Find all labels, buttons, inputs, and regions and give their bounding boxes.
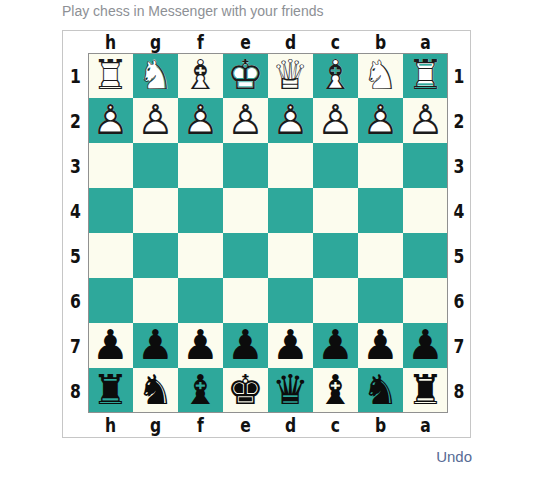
square-c5[interactable] (313, 233, 358, 278)
file-label-top-d: d (272, 31, 309, 53)
file-label-top-e: e (227, 31, 264, 53)
square-c7[interactable]: ♟ (313, 323, 358, 368)
piece-bB-f8: ♝ (178, 368, 223, 413)
square-a8[interactable]: ♜ (403, 368, 448, 413)
piece-wN-g1: ♞♘ (133, 53, 178, 98)
board-corner (448, 31, 470, 53)
piece-wP-d2: ♟♙ (268, 98, 313, 143)
rank-label-right-5: 5 (450, 233, 468, 278)
piece-bP-g7: ♟ (133, 323, 178, 368)
piece-bR-a8: ♜ (403, 368, 448, 413)
square-e5[interactable] (223, 233, 268, 278)
piece-bP-c7: ♟ (313, 323, 358, 368)
square-a1[interactable]: ♜♖ (403, 53, 448, 98)
square-b1[interactable]: ♞♘ (358, 53, 403, 98)
rank-label-left-8: 8 (65, 368, 86, 413)
square-f5[interactable] (178, 233, 223, 278)
square-b2[interactable]: ♟♙ (358, 98, 403, 143)
square-g6[interactable] (133, 278, 178, 323)
rank-label-left-6: 6 (65, 278, 86, 323)
file-label-top-h: h (92, 31, 129, 53)
rank-label-right-7: 7 (450, 323, 468, 368)
piece-bP-h7: ♟ (88, 323, 133, 368)
square-f2[interactable]: ♟♙ (178, 98, 223, 143)
file-label-bottom-f: f (182, 413, 219, 437)
square-a2[interactable]: ♟♙ (403, 98, 448, 143)
chess-app: Play chess in Messenger with your friend… (0, 0, 534, 486)
rank-label-right-1: 1 (450, 53, 468, 98)
square-d7[interactable]: ♟ (268, 323, 313, 368)
piece-bP-b7: ♟ (358, 323, 403, 368)
rank-label-left-5: 5 (65, 233, 86, 278)
piece-wP-f2: ♟♙ (178, 98, 223, 143)
file-label-bottom-e: e (227, 413, 264, 437)
piece-wR-a1: ♜♖ (403, 53, 448, 98)
square-e2[interactable]: ♟♙ (223, 98, 268, 143)
square-d2[interactable]: ♟♙ (268, 98, 313, 143)
rank-label-left-4: 4 (65, 188, 86, 233)
piece-bP-d7: ♟ (268, 323, 313, 368)
square-e8[interactable]: ♚ (223, 368, 268, 413)
square-e4[interactable] (223, 188, 268, 233)
square-c3[interactable] (313, 143, 358, 188)
piece-wP-b2: ♟♙ (358, 98, 403, 143)
square-b5[interactable] (358, 233, 403, 278)
board-corner (448, 413, 470, 437)
piece-wN-b1: ♞♘ (358, 53, 403, 98)
piece-wR-h1: ♜♖ (88, 53, 133, 98)
square-e3[interactable] (223, 143, 268, 188)
piece-wK-e1: ♚♔ (223, 53, 268, 98)
square-b8[interactable]: ♞ (358, 368, 403, 413)
square-f3[interactable] (178, 143, 223, 188)
square-a7[interactable]: ♟ (403, 323, 448, 368)
rank-label-left-2: 2 (65, 98, 86, 143)
piece-wP-c2: ♟♙ (313, 98, 358, 143)
piece-wP-g2: ♟♙ (133, 98, 178, 143)
file-label-bottom-h: h (92, 413, 129, 437)
file-label-top-g: g (137, 31, 174, 53)
file-label-top-c: c (317, 31, 354, 53)
square-c1[interactable]: ♝♗ (313, 53, 358, 98)
square-a3[interactable] (403, 143, 448, 188)
file-label-bottom-c: c (317, 413, 354, 437)
square-b6[interactable] (358, 278, 403, 323)
piece-bN-b8: ♞ (358, 368, 403, 413)
square-g1[interactable]: ♞♘ (133, 53, 178, 98)
square-h6[interactable] (88, 278, 133, 323)
square-h8[interactable]: ♜ (88, 368, 133, 413)
square-f8[interactable]: ♝ (178, 368, 223, 413)
square-b4[interactable] (358, 188, 403, 233)
square-h3[interactable] (88, 143, 133, 188)
piece-wP-e2: ♟♙ (223, 98, 268, 143)
piece-bP-f7: ♟ (178, 323, 223, 368)
piece-bQ-d8: ♛ (268, 368, 313, 413)
piece-bP-a7: ♟ (403, 323, 448, 368)
piece-bK-e8: ♚ (223, 368, 268, 413)
square-h7[interactable]: ♟ (88, 323, 133, 368)
square-e6[interactable] (223, 278, 268, 323)
square-g7[interactable]: ♟ (133, 323, 178, 368)
square-c8[interactable]: ♝ (313, 368, 358, 413)
square-b7[interactable]: ♟ (358, 323, 403, 368)
piece-bP-e7: ♟ (223, 323, 268, 368)
square-c2[interactable]: ♟♙ (313, 98, 358, 143)
square-h4[interactable] (88, 188, 133, 233)
piece-bN-g8: ♞ (133, 368, 178, 413)
square-f7[interactable]: ♟ (178, 323, 223, 368)
board-grid: hgfedcba1♜♖♞♘♝♗♚♔♛♕♝♗♞♘♜♖12♟♙♟♙♟♙♟♙♟♙♟♙♟… (63, 31, 470, 437)
board-corner (63, 31, 88, 53)
piece-wB-c1: ♝♗ (313, 53, 358, 98)
square-f6[interactable] (178, 278, 223, 323)
square-g4[interactable] (133, 188, 178, 233)
file-label-top-f: f (182, 31, 219, 53)
square-a6[interactable] (403, 278, 448, 323)
square-a4[interactable] (403, 188, 448, 233)
file-label-bottom-g: g (137, 413, 174, 437)
square-g3[interactable] (133, 143, 178, 188)
rank-label-right-2: 2 (450, 98, 468, 143)
file-label-bottom-a: a (407, 413, 444, 437)
square-h1[interactable]: ♜♖ (88, 53, 133, 98)
rank-label-left-7: 7 (65, 323, 86, 368)
rank-label-right-8: 8 (450, 368, 468, 413)
square-e1[interactable]: ♚♔ (223, 53, 268, 98)
square-e7[interactable]: ♟ (223, 323, 268, 368)
piece-wP-h2: ♟♙ (88, 98, 133, 143)
square-d3[interactable] (268, 143, 313, 188)
square-h5[interactable] (88, 233, 133, 278)
file-label-bottom-d: d (272, 413, 309, 437)
square-d6[interactable] (268, 278, 313, 323)
square-b3[interactable] (358, 143, 403, 188)
rank-label-right-6: 6 (450, 278, 468, 323)
square-c6[interactable] (313, 278, 358, 323)
rank-label-right-3: 3 (450, 143, 468, 188)
square-d5[interactable] (268, 233, 313, 278)
piece-wP-a2: ♟♙ (403, 98, 448, 143)
piece-wQ-d1: ♛♕ (268, 53, 313, 98)
rank-label-left-1: 1 (65, 53, 86, 98)
file-label-bottom-b: b (362, 413, 399, 437)
rank-label-left-3: 3 (65, 143, 86, 188)
square-d1[interactable]: ♛♕ (268, 53, 313, 98)
square-d8[interactable]: ♛ (268, 368, 313, 413)
square-f1[interactable]: ♝♗ (178, 53, 223, 98)
piece-bB-c8: ♝ (313, 368, 358, 413)
page-title: Play chess in Messenger with your friend… (62, 3, 323, 19)
square-c4[interactable] (313, 188, 358, 233)
file-label-top-b: b (362, 31, 399, 53)
square-d4[interactable] (268, 188, 313, 233)
undo-button[interactable]: Undo (436, 448, 472, 465)
square-g8[interactable]: ♞ (133, 368, 178, 413)
piece-bR-h8: ♜ (88, 368, 133, 413)
square-f4[interactable] (178, 188, 223, 233)
square-a5[interactable] (403, 233, 448, 278)
rank-label-right-4: 4 (450, 188, 468, 233)
piece-wB-f1: ♝♗ (178, 53, 223, 98)
board-corner (63, 413, 88, 437)
square-g5[interactable] (133, 233, 178, 278)
chess-board-panel: hgfedcba1♜♖♞♘♝♗♚♔♛♕♝♗♞♘♜♖12♟♙♟♙♟♙♟♙♟♙♟♙♟… (62, 30, 471, 438)
square-h2[interactable]: ♟♙ (88, 98, 133, 143)
square-g2[interactable]: ♟♙ (133, 98, 178, 143)
file-label-top-a: a (407, 31, 444, 53)
